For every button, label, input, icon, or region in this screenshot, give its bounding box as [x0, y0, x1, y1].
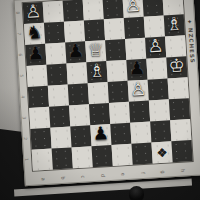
chessboard-photo: ♙♙♞♗♟♟♕♙♗♟♔♙♟❖ abcdefgh 87654321 ✦ NZCHE…: [0, 0, 200, 200]
rank-label-2: 2: [23, 137, 28, 140]
square-b4[interactable]: [48, 85, 69, 107]
square-h4[interactable]: [168, 77, 189, 99]
square-e7[interactable]: [104, 18, 125, 40]
white-pawn-a8[interactable]: ♙: [23, 0, 44, 22]
square-c1[interactable]: [72, 146, 93, 168]
square-g1[interactable]: ❖: [151, 141, 172, 163]
black-pawn-f5[interactable]: ♟: [126, 57, 147, 79]
square-g8[interactable]: [142, 0, 163, 17]
white-bishop-h7[interactable]: ♗: [164, 12, 185, 34]
square-a6[interactable]: ♟: [25, 44, 46, 66]
file-label-h: h: [180, 167, 186, 173]
white-queen-d6[interactable]: ♕: [85, 38, 106, 60]
file-label-d: d: [100, 172, 106, 178]
square-e4[interactable]: [108, 81, 129, 103]
square-h1[interactable]: [171, 140, 192, 162]
brand-text: NZCHESS: [188, 28, 196, 64]
square-e5[interactable]: [106, 60, 127, 82]
white-pawn-f4[interactable]: ♙: [128, 78, 149, 100]
square-c6[interactable]: ♟: [65, 41, 86, 63]
rank-label-6: 6: [18, 53, 23, 56]
square-e3[interactable]: [109, 102, 130, 124]
square-b2[interactable]: [50, 126, 71, 148]
square-a5[interactable]: [27, 65, 48, 87]
square-b6[interactable]: [45, 43, 66, 65]
rank-label-7: 7: [16, 32, 21, 35]
rank-label-4: 4: [20, 95, 25, 98]
captured-black-piece[interactable]: [129, 186, 144, 200]
square-c3[interactable]: [69, 104, 90, 126]
file-label-b: b: [60, 175, 66, 181]
square-h2[interactable]: [170, 119, 191, 141]
square-f7[interactable]: [124, 17, 145, 39]
square-d8[interactable]: [83, 0, 104, 20]
square-b5[interactable]: [46, 64, 67, 86]
square-g2[interactable]: [150, 120, 171, 142]
black-pawn-c6[interactable]: ♟: [65, 39, 86, 61]
square-c4[interactable]: [68, 83, 89, 105]
file-label-f: f: [140, 170, 146, 176]
white-king-h5[interactable]: ♔: [166, 54, 187, 76]
square-d1[interactable]: [92, 145, 113, 167]
square-f1[interactable]: [131, 143, 152, 165]
square-e8[interactable]: [103, 0, 124, 19]
square-c5[interactable]: [66, 62, 87, 84]
square-d5[interactable]: ♗: [86, 61, 107, 83]
white-bishop-d5[interactable]: ♗: [86, 59, 107, 81]
square-g5[interactable]: [146, 57, 167, 79]
rank-label-5: 5: [19, 74, 24, 77]
compass-logo: ❖: [151, 141, 172, 163]
square-a4[interactable]: [28, 86, 49, 108]
square-e6[interactable]: [105, 39, 126, 61]
black-pawn-a6[interactable]: ♟: [25, 42, 46, 64]
square-c8[interactable]: [63, 0, 84, 22]
square-f4[interactable]: ♙: [128, 80, 149, 102]
file-label-a: a: [40, 176, 46, 182]
black-knight-a7[interactable]: ♞: [24, 21, 45, 43]
square-a3[interactable]: [29, 107, 50, 129]
board-grid: ♙♙♞♗♟♟♕♙♗♟♔♙♟❖: [23, 0, 193, 171]
square-a2[interactable]: [30, 128, 51, 150]
square-b7[interactable]: [44, 22, 65, 44]
square-c2[interactable]: [70, 125, 91, 147]
square-e1[interactable]: [112, 144, 133, 166]
square-f8[interactable]: ♙: [123, 0, 144, 18]
file-label-g: g: [160, 169, 166, 175]
square-b1[interactable]: [52, 147, 73, 169]
square-h5[interactable]: ♔: [166, 56, 187, 78]
square-d2[interactable]: ♟: [90, 124, 111, 146]
square-g4[interactable]: [148, 78, 169, 100]
square-e2[interactable]: [110, 123, 131, 145]
square-g3[interactable]: [149, 99, 170, 121]
white-pawn-g6[interactable]: ♙: [145, 34, 166, 56]
rank-label-8: 8: [15, 11, 20, 14]
square-b3[interactable]: [49, 105, 70, 127]
file-label-c: c: [80, 174, 86, 180]
square-f2[interactable]: [130, 122, 151, 144]
chess-board: ♙♙♞♗♟♟♕♙♗♟♔♙♟❖ abcdefgh 87654321 ✦ NZCHE…: [13, 0, 200, 186]
white-pawn-f8[interactable]: ♙: [122, 0, 143, 16]
square-f3[interactable]: [129, 101, 150, 123]
rank-label-1: 1: [24, 158, 29, 161]
black-pawn-d2[interactable]: ♟: [90, 122, 111, 144]
square-b8[interactable]: [43, 1, 64, 23]
rank-label-3: 3: [22, 116, 27, 119]
square-d4[interactable]: [88, 82, 109, 104]
brand-logo-icon: ✦: [187, 18, 192, 25]
square-h7[interactable]: ♗: [164, 14, 185, 36]
file-label-e: e: [120, 171, 126, 177]
square-g6[interactable]: ♙: [145, 36, 166, 58]
square-a1[interactable]: [32, 149, 53, 171]
square-h3[interactable]: [169, 98, 190, 120]
